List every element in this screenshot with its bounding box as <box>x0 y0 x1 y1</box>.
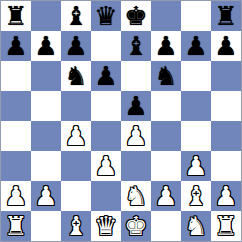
square-f4[interactable] <box>151 121 181 151</box>
square-c2[interactable] <box>61 181 91 211</box>
piece-black-knight: ♞ <box>154 63 177 89</box>
square-e6[interactable] <box>121 61 151 91</box>
piece-black-rook: ♜ <box>214 3 237 29</box>
square-d3[interactable]: ♟ <box>91 151 121 181</box>
square-a8[interactable]: ♜ <box>1 1 31 31</box>
square-b4[interactable] <box>31 121 61 151</box>
square-f5[interactable] <box>151 91 181 121</box>
square-g3[interactable]: ♟ <box>181 151 211 181</box>
square-b1[interactable] <box>31 211 61 241</box>
square-h2[interactable]: ♟ <box>211 181 241 211</box>
piece-black-pawn: ♟ <box>124 93 147 119</box>
square-e8[interactable]: ♚ <box>121 1 151 31</box>
square-f3[interactable] <box>151 151 181 181</box>
square-f7[interactable]: ♟ <box>151 31 181 61</box>
square-c7[interactable]: ♟ <box>61 31 91 61</box>
square-b8[interactable] <box>31 1 61 31</box>
piece-white-knight: ♞ <box>184 213 207 239</box>
piece-black-bishop: ♝ <box>64 3 87 29</box>
square-h6[interactable] <box>211 61 241 91</box>
square-h5[interactable] <box>211 91 241 121</box>
piece-white-king: ♚ <box>124 213 147 239</box>
square-a1[interactable]: ♜ <box>1 211 31 241</box>
piece-white-pawn: ♟ <box>154 183 177 209</box>
square-g6[interactable] <box>181 61 211 91</box>
square-c3[interactable] <box>61 151 91 181</box>
piece-white-rook: ♜ <box>214 213 237 239</box>
square-h1[interactable]: ♜ <box>211 211 241 241</box>
piece-black-knight: ♞ <box>64 63 87 89</box>
square-d4[interactable] <box>91 121 121 151</box>
square-e2[interactable]: ♞ <box>121 181 151 211</box>
square-g7[interactable]: ♟ <box>181 31 211 61</box>
square-e3[interactable] <box>121 151 151 181</box>
piece-black-pawn: ♟ <box>94 63 117 89</box>
piece-white-pawn: ♟ <box>94 153 117 179</box>
piece-black-pawn: ♟ <box>184 33 207 59</box>
square-b2[interactable]: ♟ <box>31 181 61 211</box>
piece-black-pawn: ♟ <box>154 33 177 59</box>
piece-black-bishop: ♝ <box>124 33 147 59</box>
square-e7[interactable]: ♝ <box>121 31 151 61</box>
square-a2[interactable]: ♟ <box>1 181 31 211</box>
square-d7[interactable] <box>91 31 121 61</box>
square-d1[interactable]: ♛ <box>91 211 121 241</box>
piece-white-bishop: ♝ <box>64 213 87 239</box>
square-f6[interactable]: ♞ <box>151 61 181 91</box>
square-g5[interactable] <box>181 91 211 121</box>
piece-black-pawn: ♟ <box>34 33 57 59</box>
square-e4[interactable]: ♟ <box>121 121 151 151</box>
square-g8[interactable] <box>181 1 211 31</box>
square-h8[interactable]: ♜ <box>211 1 241 31</box>
piece-white-pawn: ♟ <box>124 123 147 149</box>
square-g1[interactable]: ♞ <box>181 211 211 241</box>
square-d6[interactable]: ♟ <box>91 61 121 91</box>
piece-white-knight: ♞ <box>124 183 147 209</box>
square-a7[interactable]: ♟ <box>1 31 31 61</box>
square-e5[interactable]: ♟ <box>121 91 151 121</box>
square-a6[interactable] <box>1 61 31 91</box>
square-f1[interactable] <box>151 211 181 241</box>
chess-board: ♜♝♛♚♜♟♟♟♝♟♟♟♞♟♞♟♟♟♟♟♟♟♞♟♝♟♜♝♛♚♞♜ <box>0 0 242 242</box>
piece-black-king: ♚ <box>124 3 147 29</box>
square-c6[interactable]: ♞ <box>61 61 91 91</box>
square-b5[interactable] <box>31 91 61 121</box>
square-c8[interactable]: ♝ <box>61 1 91 31</box>
piece-white-rook: ♜ <box>4 213 27 239</box>
square-h3[interactable] <box>211 151 241 181</box>
square-b6[interactable] <box>31 61 61 91</box>
piece-black-queen: ♛ <box>94 3 117 29</box>
piece-white-pawn: ♟ <box>64 123 87 149</box>
square-d2[interactable] <box>91 181 121 211</box>
piece-white-pawn: ♟ <box>184 153 207 179</box>
piece-white-pawn: ♟ <box>34 183 57 209</box>
square-c4[interactable]: ♟ <box>61 121 91 151</box>
piece-white-queen: ♛ <box>94 213 117 239</box>
square-h4[interactable] <box>211 121 241 151</box>
square-g2[interactable]: ♝ <box>181 181 211 211</box>
square-d5[interactable] <box>91 91 121 121</box>
square-a5[interactable] <box>1 91 31 121</box>
piece-white-pawn: ♟ <box>214 183 237 209</box>
square-h7[interactable]: ♟ <box>211 31 241 61</box>
square-g4[interactable] <box>181 121 211 151</box>
square-f8[interactable] <box>151 1 181 31</box>
square-a4[interactable] <box>1 121 31 151</box>
piece-black-pawn: ♟ <box>64 33 87 59</box>
piece-black-pawn: ♟ <box>4 33 27 59</box>
square-d8[interactable]: ♛ <box>91 1 121 31</box>
square-c5[interactable] <box>61 91 91 121</box>
piece-black-rook: ♜ <box>4 3 27 29</box>
piece-white-pawn: ♟ <box>4 183 27 209</box>
piece-black-pawn: ♟ <box>214 33 237 59</box>
square-e1[interactable]: ♚ <box>121 211 151 241</box>
square-a3[interactable] <box>1 151 31 181</box>
square-b3[interactable] <box>31 151 61 181</box>
square-b7[interactable]: ♟ <box>31 31 61 61</box>
piece-white-bishop: ♝ <box>184 183 207 209</box>
square-c1[interactable]: ♝ <box>61 211 91 241</box>
square-f2[interactable]: ♟ <box>151 181 181 211</box>
